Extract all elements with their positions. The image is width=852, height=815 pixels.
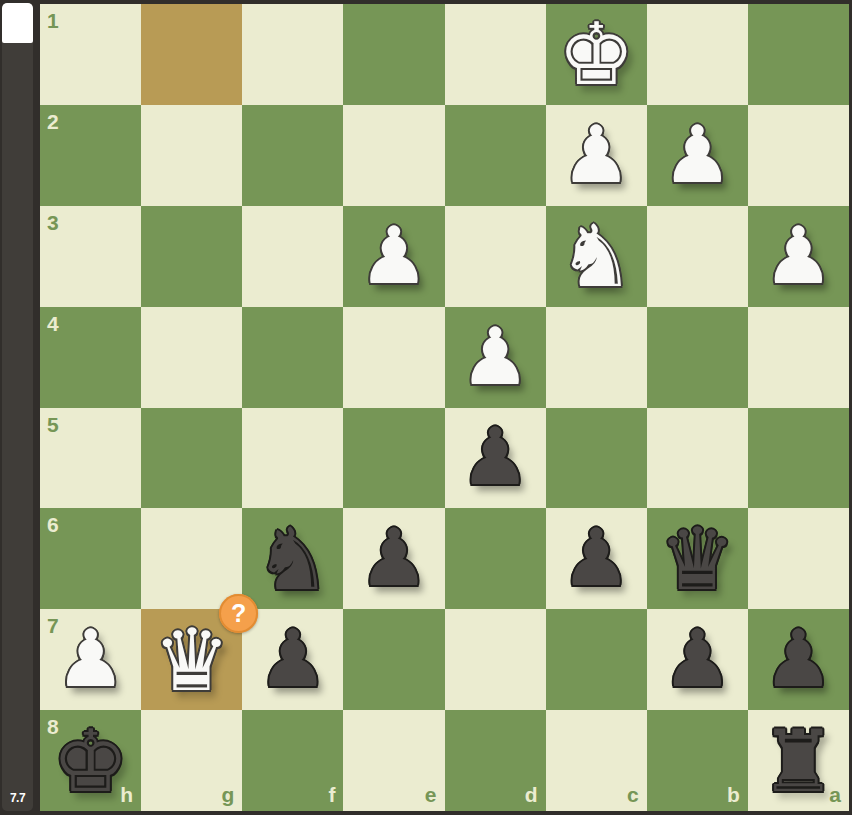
square-e1[interactable] bbox=[343, 4, 444, 105]
square-f8[interactable]: f bbox=[242, 710, 343, 811]
white-queen-piece[interactable]: ♛ bbox=[153, 617, 230, 703]
square-c4[interactable] bbox=[546, 307, 647, 408]
square-e2[interactable] bbox=[343, 105, 444, 206]
square-e8[interactable]: e bbox=[343, 710, 444, 811]
square-h7[interactable]: 7♟ bbox=[40, 609, 141, 710]
black-pawn-piece[interactable]: ♟ bbox=[257, 620, 328, 699]
square-a1[interactable] bbox=[748, 4, 849, 105]
square-c5[interactable] bbox=[546, 408, 647, 509]
black-king-piece[interactable]: ♚ bbox=[52, 718, 129, 804]
square-b2[interactable]: ♟ bbox=[647, 105, 748, 206]
square-d6[interactable] bbox=[445, 508, 546, 609]
square-b4[interactable] bbox=[647, 307, 748, 408]
square-a6[interactable] bbox=[748, 508, 849, 609]
rank-label-1: 1 bbox=[47, 10, 59, 31]
square-d2[interactable] bbox=[445, 105, 546, 206]
black-queen-piece[interactable]: ♛ bbox=[659, 516, 736, 602]
square-b5[interactable] bbox=[647, 408, 748, 509]
square-a4[interactable] bbox=[748, 307, 849, 408]
rank-label-2: 2 bbox=[47, 111, 59, 132]
square-f6[interactable]: ♞ bbox=[242, 508, 343, 609]
white-pawn-piece[interactable]: ♟ bbox=[359, 217, 430, 296]
black-pawn-piece[interactable]: ♟ bbox=[460, 418, 531, 497]
square-g3[interactable] bbox=[141, 206, 242, 307]
square-e5[interactable] bbox=[343, 408, 444, 509]
square-h6[interactable]: 6 bbox=[40, 508, 141, 609]
square-e6[interactable]: ♟ bbox=[343, 508, 444, 609]
file-label-b: b bbox=[727, 784, 740, 805]
rank-label-3: 3 bbox=[47, 212, 59, 233]
square-c6[interactable]: ♟ bbox=[546, 508, 647, 609]
square-h8[interactable]: 8h♚ bbox=[40, 710, 141, 811]
white-pawn-piece[interactable]: ♟ bbox=[561, 116, 632, 195]
evaluation-score: 7.7 bbox=[2, 791, 33, 805]
square-b7[interactable]: ♟ bbox=[647, 609, 748, 710]
square-d3[interactable] bbox=[445, 206, 546, 307]
square-e3[interactable]: ♟ bbox=[343, 206, 444, 307]
black-pawn-piece[interactable]: ♟ bbox=[561, 519, 632, 598]
square-h3[interactable]: 3 bbox=[40, 206, 141, 307]
square-f7[interactable]: ♟ bbox=[242, 609, 343, 710]
black-rook-piece[interactable]: ♜ bbox=[760, 718, 837, 804]
square-a5[interactable] bbox=[748, 408, 849, 509]
square-d5[interactable]: ♟ bbox=[445, 408, 546, 509]
file-label-g: g bbox=[221, 784, 234, 805]
file-label-e: e bbox=[425, 784, 437, 805]
square-f2[interactable] bbox=[242, 105, 343, 206]
white-pawn-piece[interactable]: ♟ bbox=[763, 217, 834, 296]
square-a7[interactable]: ♟ bbox=[748, 609, 849, 710]
square-g4[interactable] bbox=[141, 307, 242, 408]
square-b8[interactable]: b bbox=[647, 710, 748, 811]
square-b6[interactable]: ♛ bbox=[647, 508, 748, 609]
square-g8[interactable]: g bbox=[141, 710, 242, 811]
square-b3[interactable] bbox=[647, 206, 748, 307]
evaluation-bar: 7.7 bbox=[2, 3, 33, 811]
evaluation-bar-white-segment bbox=[2, 3, 33, 43]
square-c2[interactable]: ♟ bbox=[546, 105, 647, 206]
rank-label-4: 4 bbox=[47, 313, 59, 334]
square-a2[interactable] bbox=[748, 105, 849, 206]
square-h4[interactable]: 4 bbox=[40, 307, 141, 408]
white-king-piece[interactable]: ♚ bbox=[558, 11, 635, 97]
square-f3[interactable] bbox=[242, 206, 343, 307]
black-pawn-piece[interactable]: ♟ bbox=[359, 519, 430, 598]
chess-board: 1♚2♟♟3♟♞♟4♟5♟6♞♟♟♛7♟♛?♟♟♟8h♚gfedcba♜ bbox=[40, 4, 849, 811]
square-c1[interactable]: ♚ bbox=[546, 4, 647, 105]
square-a8[interactable]: a♜ bbox=[748, 710, 849, 811]
square-d7[interactable] bbox=[445, 609, 546, 710]
white-knight-piece[interactable]: ♞ bbox=[558, 213, 635, 299]
square-d4[interactable]: ♟ bbox=[445, 307, 546, 408]
rank-label-5: 5 bbox=[47, 414, 59, 435]
square-f5[interactable] bbox=[242, 408, 343, 509]
square-c7[interactable] bbox=[546, 609, 647, 710]
black-pawn-piece[interactable]: ♟ bbox=[763, 620, 834, 699]
square-c8[interactable]: c bbox=[546, 710, 647, 811]
square-f1[interactable] bbox=[242, 4, 343, 105]
square-d8[interactable]: d bbox=[445, 710, 546, 811]
square-e7[interactable] bbox=[343, 609, 444, 710]
square-h5[interactable]: 5 bbox=[40, 408, 141, 509]
file-label-f: f bbox=[328, 784, 335, 805]
rank-label-6: 6 bbox=[47, 514, 59, 535]
white-pawn-piece[interactable]: ♟ bbox=[662, 116, 733, 195]
white-pawn-piece[interactable]: ♟ bbox=[460, 318, 531, 397]
square-a3[interactable]: ♟ bbox=[748, 206, 849, 307]
file-label-c: c bbox=[627, 784, 639, 805]
black-knight-piece[interactable]: ♞ bbox=[254, 516, 331, 602]
square-c3[interactable]: ♞ bbox=[546, 206, 647, 307]
black-pawn-piece[interactable]: ♟ bbox=[662, 620, 733, 699]
square-g1[interactable] bbox=[141, 4, 242, 105]
square-h2[interactable]: 2 bbox=[40, 105, 141, 206]
square-b1[interactable] bbox=[647, 4, 748, 105]
square-f4[interactable] bbox=[242, 307, 343, 408]
square-g6[interactable] bbox=[141, 508, 242, 609]
square-g5[interactable] bbox=[141, 408, 242, 509]
square-d1[interactable] bbox=[445, 4, 546, 105]
white-pawn-piece[interactable]: ♟ bbox=[55, 620, 126, 699]
square-e4[interactable] bbox=[343, 307, 444, 408]
square-h1[interactable]: 1 bbox=[40, 4, 141, 105]
square-g7[interactable]: ♛? bbox=[141, 609, 242, 710]
analysis-page: 7.7 1♚2♟♟3♟♞♟4♟5♟6♞♟♟♛7♟♛?♟♟♟8h♚gfedcba♜ bbox=[0, 0, 852, 815]
square-g2[interactable] bbox=[141, 105, 242, 206]
file-label-d: d bbox=[525, 784, 538, 805]
